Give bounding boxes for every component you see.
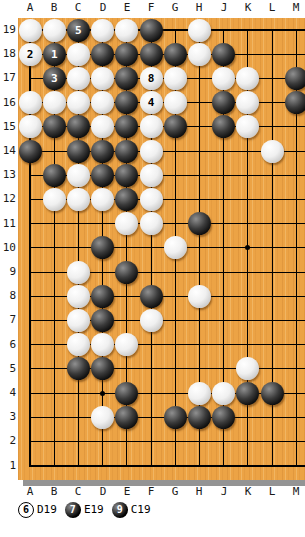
go-diagram-page: { "game": "Go (weiqi / baduk)", "board_v… bbox=[0, 0, 305, 537]
stone-black-G15[interactable] bbox=[164, 115, 187, 138]
stone-white-J4[interactable] bbox=[212, 382, 235, 405]
stone-white-H18[interactable] bbox=[188, 43, 211, 66]
coord-bottom-A: A bbox=[20, 486, 40, 498]
coord-left-5: 5 bbox=[0, 362, 16, 376]
stone-black-E14[interactable] bbox=[115, 140, 138, 163]
stone-white-G10[interactable] bbox=[164, 236, 187, 259]
hoshi-point-K10 bbox=[245, 245, 250, 250]
stone-black-M16[interactable] bbox=[285, 91, 305, 114]
coord-left-2: 2 bbox=[0, 434, 16, 448]
stone-white-D17[interactable] bbox=[91, 67, 114, 90]
coord-top-J: J bbox=[214, 2, 234, 14]
stone-white-F13[interactable] bbox=[140, 164, 163, 187]
stone-white-F14[interactable] bbox=[140, 140, 163, 163]
coord-left-16: 16 bbox=[0, 96, 16, 110]
stone-black-H3[interactable] bbox=[188, 406, 211, 429]
stone-white-F16[interactable]: 4 bbox=[140, 91, 163, 114]
stone-white-F11[interactable] bbox=[140, 212, 163, 235]
stone-white-H4[interactable] bbox=[188, 382, 211, 405]
stone-white-G17[interactable] bbox=[164, 67, 187, 90]
stone-black-E13[interactable] bbox=[115, 164, 138, 187]
coord-bottom-E: E bbox=[117, 486, 137, 498]
coord-top-B: B bbox=[44, 2, 64, 14]
coord-bottom-H: H bbox=[189, 486, 209, 498]
coord-top-K: K bbox=[238, 2, 258, 14]
coord-left-6: 6 bbox=[0, 338, 16, 352]
stone-black-L4[interactable] bbox=[261, 382, 284, 405]
stone-black-B15[interactable] bbox=[43, 115, 66, 138]
stone-white-H8[interactable] bbox=[188, 285, 211, 308]
stone-black-C19[interactable]: 5 bbox=[67, 19, 90, 42]
stone-white-C8[interactable] bbox=[67, 285, 90, 308]
stone-white-D19[interactable] bbox=[91, 19, 114, 42]
go-board[interactable]: 521384 bbox=[18, 18, 305, 480]
coord-left-14: 14 bbox=[0, 144, 16, 158]
grid-line-row-1 bbox=[29, 465, 305, 467]
stone-black-E3[interactable] bbox=[115, 406, 138, 429]
stone-white-H19[interactable] bbox=[188, 19, 211, 42]
stone-white-F15[interactable] bbox=[140, 115, 163, 138]
coord-left-9: 9 bbox=[0, 265, 16, 279]
stone-black-E4[interactable] bbox=[115, 382, 138, 405]
stone-black-B13[interactable] bbox=[43, 164, 66, 187]
stone-white-C6[interactable] bbox=[67, 333, 90, 356]
stone-black-G3[interactable] bbox=[164, 406, 187, 429]
coord-left-1: 1 bbox=[0, 459, 16, 473]
coord-top-M: M bbox=[286, 2, 305, 14]
coord-top-L: L bbox=[262, 2, 282, 14]
stone-black-M17[interactable] bbox=[285, 67, 305, 90]
caption-stone-7: 7 bbox=[65, 502, 81, 518]
coord-top-C: C bbox=[68, 2, 88, 14]
coord-bottom-M: M bbox=[286, 486, 305, 498]
stone-white-A15[interactable] bbox=[19, 115, 42, 138]
stone-white-C9[interactable] bbox=[67, 261, 90, 284]
stone-black-K4[interactable] bbox=[236, 382, 259, 405]
coord-left-11: 11 bbox=[0, 217, 16, 231]
coord-left-8: 8 bbox=[0, 289, 16, 303]
coord-left-7: 7 bbox=[0, 313, 16, 327]
stone-white-A19[interactable] bbox=[19, 19, 42, 42]
caption-point-D19: D19 bbox=[37, 503, 57, 516]
coord-left-15: 15 bbox=[0, 120, 16, 134]
coord-left-12: 12 bbox=[0, 192, 16, 206]
stone-black-E9[interactable] bbox=[115, 261, 138, 284]
stone-black-H11[interactable] bbox=[188, 212, 211, 235]
stone-white-C17[interactable] bbox=[67, 67, 90, 90]
move-caption: 6D197E199C19 bbox=[18, 501, 159, 518]
coord-bottom-F: F bbox=[141, 486, 161, 498]
stone-black-D13[interactable] bbox=[91, 164, 114, 187]
grid-line-row-11 bbox=[29, 223, 305, 224]
coord-top-H: H bbox=[189, 2, 209, 14]
coord-bottom-J: J bbox=[214, 486, 234, 498]
grid-line-row-2 bbox=[29, 441, 305, 442]
coord-left-18: 18 bbox=[0, 47, 16, 61]
coord-left-4: 4 bbox=[0, 386, 16, 400]
stone-black-A14[interactable] bbox=[19, 140, 42, 163]
coord-bottom-C: C bbox=[68, 486, 88, 498]
stone-white-B12[interactable] bbox=[43, 188, 66, 211]
caption-stone-6: 6 bbox=[18, 502, 34, 518]
stone-white-C13[interactable] bbox=[67, 164, 90, 187]
coord-bottom-B: B bbox=[44, 486, 64, 498]
stone-black-J3[interactable] bbox=[212, 406, 235, 429]
coord-bottom-L: L bbox=[262, 486, 282, 498]
stone-white-F17[interactable]: 8 bbox=[140, 67, 163, 90]
coord-top-A: A bbox=[20, 2, 40, 14]
stone-white-C12[interactable] bbox=[67, 188, 90, 211]
stone-white-L14[interactable] bbox=[261, 140, 284, 163]
stone-white-F12[interactable] bbox=[140, 188, 163, 211]
stone-white-C16[interactable] bbox=[67, 91, 90, 114]
stone-white-E19[interactable] bbox=[115, 19, 138, 42]
caption-point-C19: C19 bbox=[131, 503, 151, 516]
coord-bottom-K: K bbox=[238, 486, 258, 498]
stone-black-F8[interactable] bbox=[140, 285, 163, 308]
stone-white-F7[interactable] bbox=[140, 309, 163, 332]
coord-top-E: E bbox=[117, 2, 137, 14]
stone-black-D7[interactable] bbox=[91, 309, 114, 332]
stone-black-D18[interactable] bbox=[91, 43, 114, 66]
stone-white-J17[interactable] bbox=[212, 67, 235, 90]
hoshi-point-D4 bbox=[100, 391, 105, 396]
coord-left-19: 19 bbox=[0, 23, 16, 37]
coord-left-10: 10 bbox=[0, 241, 16, 255]
coord-left-13: 13 bbox=[0, 168, 16, 182]
coord-bottom-D: D bbox=[93, 486, 113, 498]
stone-white-D3[interactable] bbox=[91, 406, 114, 429]
stone-black-D14[interactable] bbox=[91, 140, 114, 163]
stone-black-D8[interactable] bbox=[91, 285, 114, 308]
coord-left-3: 3 bbox=[0, 410, 16, 424]
stone-black-F18[interactable] bbox=[140, 43, 163, 66]
caption-point-E19: E19 bbox=[84, 503, 104, 516]
caption-stone-9: 9 bbox=[112, 502, 128, 518]
coord-top-G: G bbox=[165, 2, 185, 14]
stone-white-A18[interactable]: 2 bbox=[19, 43, 42, 66]
stone-black-J18[interactable] bbox=[212, 43, 235, 66]
stone-black-G18[interactable] bbox=[164, 43, 187, 66]
stone-white-C18[interactable] bbox=[67, 43, 90, 66]
stone-white-A16[interactable] bbox=[19, 91, 42, 114]
coord-top-F: F bbox=[141, 2, 161, 14]
stone-black-B18[interactable]: 1 bbox=[43, 43, 66, 66]
coord-bottom-G: G bbox=[165, 486, 185, 498]
stone-black-E18[interactable] bbox=[115, 43, 138, 66]
stone-white-D12[interactable] bbox=[91, 188, 114, 211]
stone-white-G16[interactable] bbox=[164, 91, 187, 114]
stone-black-F19[interactable] bbox=[140, 19, 163, 42]
stone-white-C7[interactable] bbox=[67, 309, 90, 332]
stone-white-B16[interactable] bbox=[43, 91, 66, 114]
stone-black-C14[interactable] bbox=[67, 140, 90, 163]
coord-left-17: 17 bbox=[0, 71, 16, 85]
coord-top-D: D bbox=[93, 2, 113, 14]
stone-white-B19[interactable] bbox=[43, 19, 66, 42]
stone-black-B17[interactable]: 3 bbox=[43, 67, 66, 90]
